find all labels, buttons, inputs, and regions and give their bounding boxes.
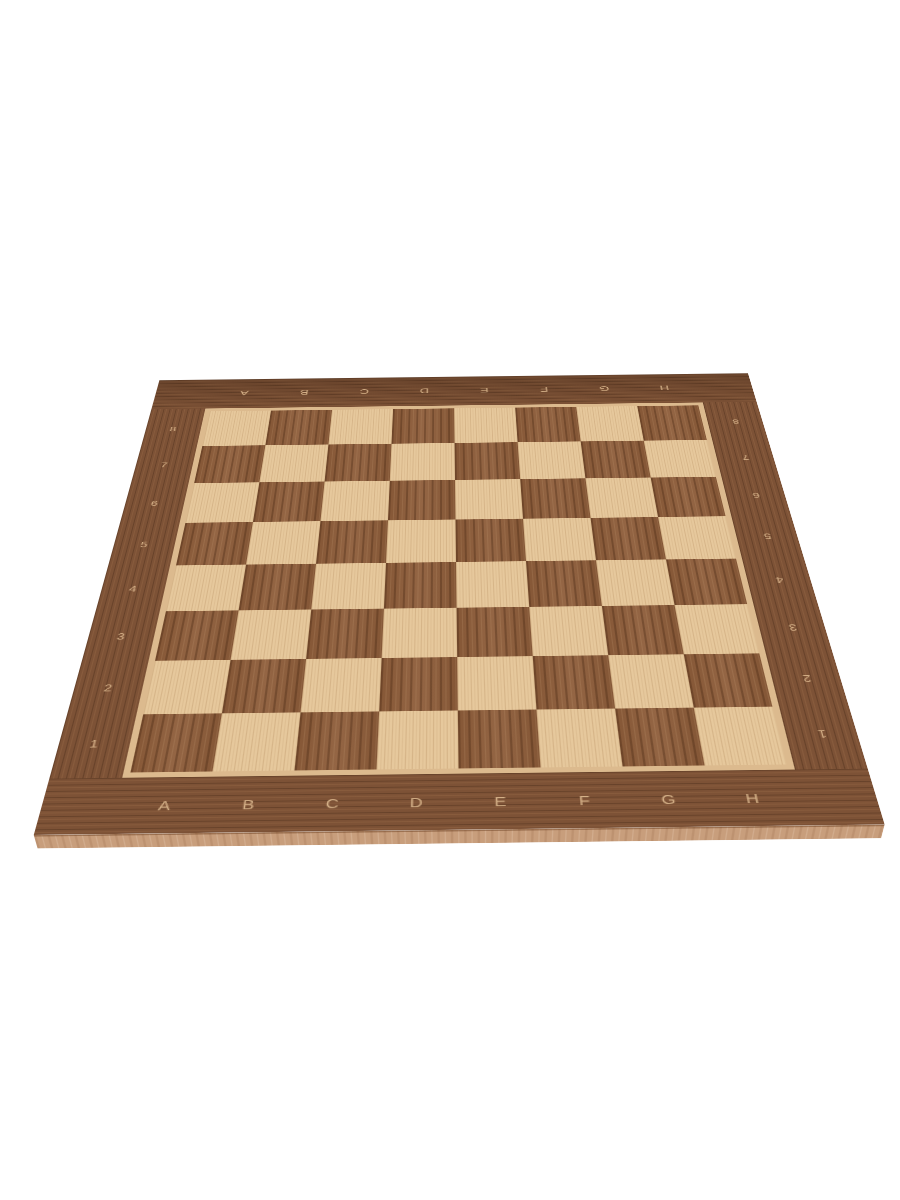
square-h2[interactable] — [684, 653, 773, 707]
file-label-top-b: B — [271, 378, 335, 407]
square-b6[interactable] — [253, 482, 325, 522]
square-h4[interactable] — [666, 559, 747, 605]
square-g6[interactable] — [585, 478, 658, 518]
rank-label-right-8: 8 — [704, 405, 769, 440]
square-c8[interactable] — [328, 409, 393, 444]
rank-label-right-6: 6 — [721, 476, 791, 516]
square-a2[interactable] — [143, 660, 230, 714]
file-label-top-c: C — [332, 377, 394, 406]
rank-label-left-3: 3 — [82, 611, 160, 661]
square-c3[interactable] — [306, 609, 384, 659]
square-f2[interactable] — [533, 655, 615, 709]
square-c1[interactable] — [294, 711, 379, 770]
rank-label-left-4: 4 — [95, 565, 170, 612]
square-g7[interactable] — [581, 441, 651, 479]
square-b8[interactable] — [265, 410, 332, 445]
square-d8[interactable] — [391, 408, 454, 443]
playing-field — [122, 402, 795, 777]
square-a1[interactable] — [130, 713, 221, 772]
square-a6[interactable] — [185, 482, 259, 522]
rank-label-left-7: 7 — [131, 446, 197, 484]
file-label-bottom-g: G — [623, 771, 716, 828]
square-f1[interactable] — [536, 709, 622, 768]
square-d3[interactable] — [382, 608, 458, 658]
square-d2[interactable] — [379, 657, 458, 711]
coordinate-labels: AABBCCDDEEFFGGHH8877665544332211 — [159, 373, 748, 380]
square-b4[interactable] — [239, 564, 316, 611]
square-g1[interactable] — [615, 708, 704, 767]
square-e1[interactable] — [458, 710, 541, 769]
rank-label-left-5: 5 — [108, 523, 180, 566]
square-e6[interactable] — [455, 479, 523, 519]
square-g4[interactable] — [596, 559, 675, 606]
file-label-top-h: H — [631, 374, 697, 403]
rank-label-left-6: 6 — [120, 483, 189, 523]
file-label-bottom-h: H — [706, 770, 802, 827]
square-a8[interactable] — [202, 411, 271, 446]
square-e5[interactable] — [455, 519, 526, 562]
rank-label-right-5: 5 — [731, 515, 804, 558]
square-f4[interactable] — [526, 560, 602, 607]
square-c5[interactable] — [316, 520, 388, 563]
rank-label-right-2: 2 — [766, 652, 849, 706]
board-frame-bottom — [34, 769, 885, 835]
square-h5[interactable] — [658, 516, 736, 559]
square-g2[interactable] — [608, 654, 694, 708]
square-h1[interactable] — [694, 707, 787, 766]
square-f5[interactable] — [523, 518, 596, 561]
square-h7[interactable] — [644, 440, 716, 478]
board-top-surface: AABBCCDDEEFFGGHH8877665544332211 — [34, 373, 885, 835]
file-label-bottom-d: D — [374, 774, 460, 831]
square-a4[interactable] — [166, 565, 246, 612]
rank-label-right-3: 3 — [753, 603, 832, 653]
square-g5[interactable] — [591, 517, 666, 560]
square-d1[interactable] — [377, 710, 459, 769]
square-e8[interactable] — [454, 408, 517, 443]
square-c2[interactable] — [301, 658, 382, 712]
square-e2[interactable] — [457, 656, 536, 710]
product-photo-stage: AABBCCDDEEFFGGHH8877665544332211 — [0, 0, 900, 1200]
square-d4[interactable] — [384, 562, 457, 609]
square-g3[interactable] — [602, 605, 684, 655]
square-b5[interactable] — [246, 521, 320, 564]
square-b7[interactable] — [259, 444, 328, 482]
rank-label-left-2: 2 — [67, 661, 149, 715]
square-d5[interactable] — [386, 520, 456, 563]
file-label-bottom-e: E — [459, 773, 545, 830]
square-e7[interactable] — [455, 442, 521, 480]
square-d6[interactable] — [388, 480, 456, 520]
file-label-top-a: A — [211, 379, 277, 409]
file-label-bottom-f: F — [541, 772, 631, 829]
square-c7[interactable] — [325, 444, 392, 482]
square-f6[interactable] — [520, 478, 590, 518]
square-f3[interactable] — [529, 606, 608, 656]
rank-label-right-1: 1 — [779, 706, 866, 765]
rank-label-left-8: 8 — [141, 411, 205, 446]
rank-label-left-1: 1 — [51, 714, 137, 773]
file-label-top-g: G — [572, 375, 637, 404]
square-e3[interactable] — [457, 607, 533, 657]
square-c4[interactable] — [311, 563, 386, 610]
square-h3[interactable] — [675, 604, 760, 654]
square-c6[interactable] — [320, 481, 389, 521]
square-a5[interactable] — [176, 522, 253, 565]
board-grid — [130, 405, 786, 772]
square-h6[interactable] — [651, 477, 726, 517]
file-label-top-e: E — [454, 376, 515, 405]
square-a3[interactable] — [155, 610, 239, 660]
file-label-bottom-c: C — [288, 775, 376, 832]
square-f7[interactable] — [518, 441, 586, 479]
file-label-top-f: F — [513, 375, 576, 404]
square-g8[interactable] — [576, 406, 644, 441]
board-tilt-wrapper: AABBCCDDEEFFGGHH8877665544332211 — [104, 210, 808, 914]
square-b3[interactable] — [231, 610, 312, 660]
chessboard: AABBCCDDEEFFGGHH8877665544332211 — [34, 373, 885, 835]
square-e4[interactable] — [456, 561, 529, 608]
square-a7[interactable] — [194, 445, 265, 483]
rank-label-right-4: 4 — [742, 558, 818, 604]
square-f8[interactable] — [515, 407, 580, 442]
square-d7[interactable] — [390, 443, 455, 481]
file-label-bottom-b: B — [202, 776, 293, 833]
file-label-top-d: D — [393, 377, 454, 406]
square-b1[interactable] — [212, 712, 300, 771]
file-label-bottom-a: A — [117, 777, 212, 834]
square-h8[interactable] — [637, 405, 707, 440]
square-b2[interactable] — [222, 659, 306, 713]
rank-label-right-7: 7 — [712, 439, 779, 477]
